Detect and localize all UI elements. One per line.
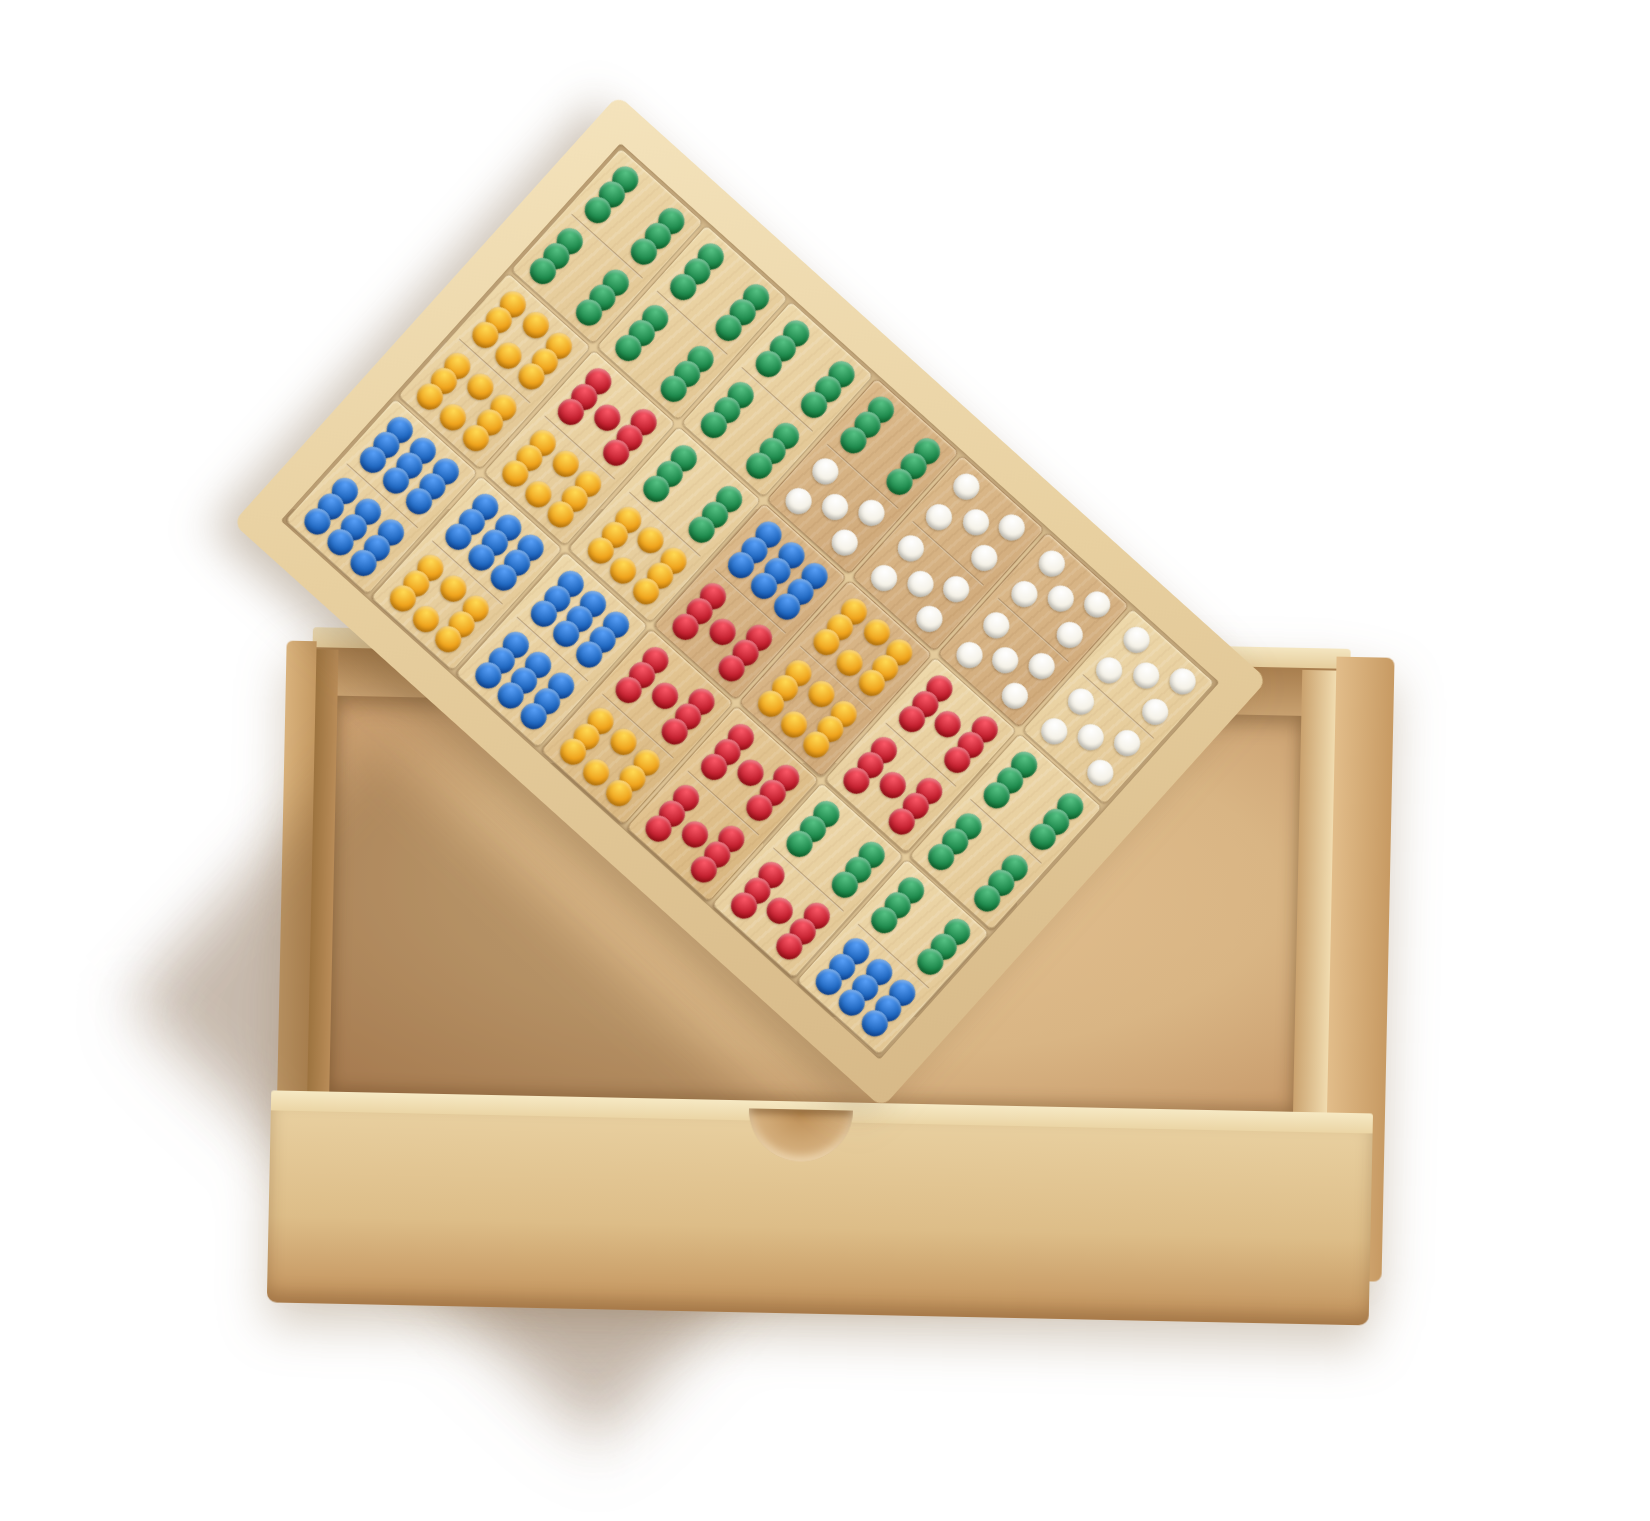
box-front-wall: [267, 1090, 1373, 1325]
pip-dot: [1052, 616, 1089, 653]
pip-dot: [866, 560, 903, 597]
pip-dot: [817, 489, 854, 526]
pip-dot: [1137, 693, 1174, 730]
pip-dot: [921, 498, 958, 535]
pip-dot: [1023, 648, 1060, 685]
pip-dot: [1072, 719, 1109, 756]
pip-dot: [1082, 755, 1119, 792]
pip-dot: [978, 607, 1015, 644]
pip-dot: [1091, 652, 1128, 689]
pip-dot: [893, 530, 930, 567]
pip-dot: [1042, 581, 1079, 618]
pip-dot: [967, 540, 1004, 577]
pip-dot: [911, 601, 948, 638]
pip-dot: [853, 494, 890, 531]
pip-dot: [1063, 683, 1100, 720]
pip-dot: [1079, 586, 1116, 623]
pip-dot: [780, 483, 817, 520]
pip-dot: [826, 524, 863, 561]
pip-dot: [951, 637, 988, 674]
pip-dot: [1036, 713, 1073, 750]
pip-dot: [994, 510, 1031, 547]
pip-dot: [957, 504, 994, 541]
pip-dot: [1109, 725, 1146, 762]
pip-dot: [938, 571, 975, 608]
pip-dot: [902, 565, 939, 602]
pip-dot: [948, 468, 985, 505]
pip-dot: [1033, 545, 1070, 582]
pip-dot: [1128, 658, 1165, 695]
pip-dot: [987, 642, 1024, 679]
pip-dot: [1006, 575, 1043, 612]
pip-dot: [996, 678, 1033, 715]
pip-dot: [807, 453, 844, 490]
pip-dot: [1118, 622, 1155, 659]
pip-dot: [1164, 663, 1201, 700]
